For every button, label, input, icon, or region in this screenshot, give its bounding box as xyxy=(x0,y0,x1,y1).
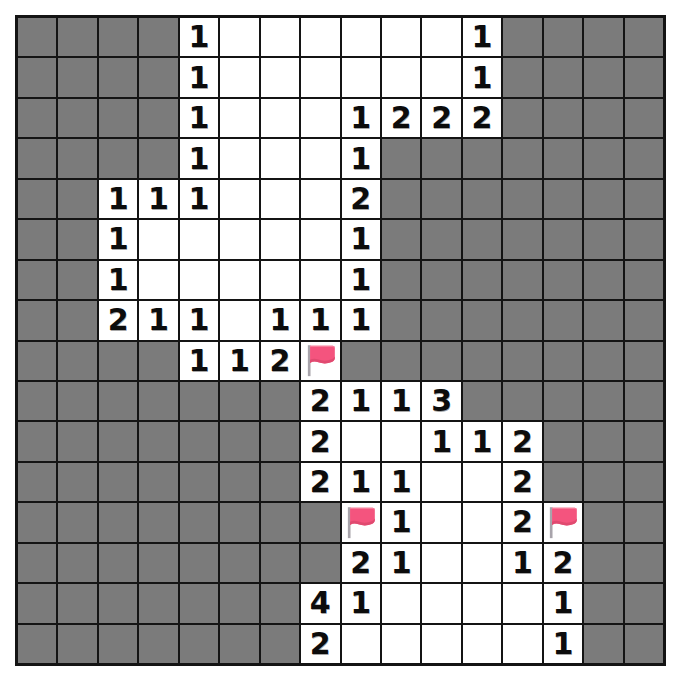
cell-hidden[interactable] xyxy=(503,220,541,258)
cell-empty[interactable] xyxy=(301,139,339,177)
mine-count-label: 2 xyxy=(350,184,371,214)
cell-empty[interactable] xyxy=(382,584,420,622)
cell-hidden[interactable] xyxy=(58,382,96,420)
cell-hidden[interactable] xyxy=(503,382,541,420)
cell-hidden[interactable] xyxy=(99,99,137,137)
cell-hidden[interactable] xyxy=(584,301,622,339)
cell-hidden[interactable] xyxy=(180,625,218,663)
cell-empty[interactable] xyxy=(261,139,299,177)
mine-count-label: 1 xyxy=(189,22,210,52)
cell-hidden[interactable] xyxy=(58,503,96,541)
cell-empty[interactable] xyxy=(261,58,299,96)
cell-hidden[interactable] xyxy=(18,99,56,137)
cell-hidden[interactable] xyxy=(18,382,56,420)
cell-hidden[interactable] xyxy=(18,422,56,460)
cell-number-1[interactable]: 1 xyxy=(180,301,218,339)
cell-empty[interactable] xyxy=(503,625,541,663)
cell-number-1[interactable]: 1 xyxy=(99,180,137,218)
cell-hidden[interactable] xyxy=(503,58,541,96)
cell-number-2[interactable]: 2 xyxy=(463,99,501,137)
cell-hidden[interactable] xyxy=(18,180,56,218)
cell-empty[interactable] xyxy=(261,18,299,56)
cell-hidden[interactable] xyxy=(58,180,96,218)
cell-number-2[interactable]: 2 xyxy=(99,301,137,339)
cell-empty[interactable] xyxy=(301,99,339,137)
mine-count-label: 1 xyxy=(148,305,169,335)
cell-hidden[interactable] xyxy=(625,99,663,137)
cell-hidden[interactable] xyxy=(382,180,420,218)
cell-number-4[interactable]: 4 xyxy=(301,584,339,622)
cell-empty[interactable] xyxy=(220,180,258,218)
mine-count-label: 1 xyxy=(350,103,371,133)
cell-empty[interactable] xyxy=(463,584,501,622)
cell-empty[interactable] xyxy=(261,99,299,137)
mine-count-label: 1 xyxy=(269,305,290,335)
cell-number-1[interactable]: 1 xyxy=(463,18,501,56)
cell-number-2[interactable]: 2 xyxy=(544,544,582,582)
cell-flagged[interactable] xyxy=(301,342,339,380)
cell-hidden[interactable] xyxy=(301,544,339,582)
cell-number-2[interactable]: 2 xyxy=(503,463,541,501)
cell-hidden[interactable] xyxy=(625,220,663,258)
cell-number-1[interactable]: 1 xyxy=(422,422,460,460)
cell-hidden[interactable] xyxy=(58,220,96,258)
cell-hidden[interactable] xyxy=(584,584,622,622)
cell-hidden[interactable] xyxy=(422,261,460,299)
cell-empty[interactable] xyxy=(261,220,299,258)
cell-hidden[interactable] xyxy=(99,139,137,177)
cell-hidden[interactable] xyxy=(625,503,663,541)
cell-number-2[interactable]: 2 xyxy=(301,382,339,420)
mine-count-label: 2 xyxy=(472,103,493,133)
cell-number-1[interactable]: 1 xyxy=(342,261,380,299)
cell-hidden[interactable] xyxy=(625,301,663,339)
cell-hidden[interactable] xyxy=(18,342,56,380)
cell-number-1[interactable]: 1 xyxy=(544,584,582,622)
cell-hidden[interactable] xyxy=(544,301,582,339)
cell-empty[interactable] xyxy=(301,58,339,96)
mine-count-label: 2 xyxy=(350,548,371,578)
cell-hidden[interactable] xyxy=(544,422,582,460)
mine-count-label: 2 xyxy=(310,467,331,497)
cell-hidden[interactable] xyxy=(503,261,541,299)
cell-number-1[interactable]: 1 xyxy=(180,180,218,218)
cell-hidden[interactable] xyxy=(261,382,299,420)
cell-hidden[interactable] xyxy=(261,503,299,541)
flag-icon xyxy=(301,342,339,380)
cell-hidden[interactable] xyxy=(18,544,56,582)
cell-hidden[interactable] xyxy=(220,503,258,541)
cell-empty[interactable] xyxy=(342,625,380,663)
cell-empty[interactable] xyxy=(220,18,258,56)
mine-count-label: 1 xyxy=(108,224,129,254)
cell-hidden[interactable] xyxy=(99,18,137,56)
cell-empty[interactable] xyxy=(422,584,460,622)
cell-hidden[interactable] xyxy=(463,220,501,258)
cell-empty[interactable] xyxy=(382,625,420,663)
cell-hidden[interactable] xyxy=(625,463,663,501)
mine-count-label: 1 xyxy=(472,22,493,52)
cell-number-2[interactable]: 2 xyxy=(261,342,299,380)
cell-hidden[interactable] xyxy=(58,625,96,663)
cell-flagged[interactable] xyxy=(544,503,582,541)
cell-number-1[interactable]: 1 xyxy=(180,139,218,177)
mine-count-label: 1 xyxy=(189,184,210,214)
cell-hidden[interactable] xyxy=(220,463,258,501)
cell-hidden[interactable] xyxy=(625,342,663,380)
cell-number-1[interactable]: 1 xyxy=(342,139,380,177)
cell-hidden[interactable] xyxy=(58,261,96,299)
cell-hidden[interactable] xyxy=(58,584,96,622)
cell-hidden[interactable] xyxy=(342,342,380,380)
cell-hidden[interactable] xyxy=(584,382,622,420)
cell-hidden[interactable] xyxy=(58,99,96,137)
mine-count-label: 1 xyxy=(310,305,331,335)
cell-number-1[interactable]: 1 xyxy=(342,463,380,501)
cell-hidden[interactable] xyxy=(180,382,218,420)
cell-hidden[interactable] xyxy=(382,342,420,380)
cell-hidden[interactable] xyxy=(18,625,56,663)
cell-hidden[interactable] xyxy=(180,584,218,622)
mine-count-label: 2 xyxy=(552,548,573,578)
mine-count-label: 1 xyxy=(350,144,371,174)
cell-hidden[interactable] xyxy=(503,99,541,137)
cell-hidden[interactable] xyxy=(58,58,96,96)
minesweeper-board: 1111112221111121111211111112211321122112… xyxy=(15,15,666,666)
mine-count-label: 1 xyxy=(512,548,533,578)
mine-count-label: 2 xyxy=(310,629,331,659)
mine-count-label: 1 xyxy=(189,103,210,133)
cell-hidden[interactable] xyxy=(422,342,460,380)
cell-number-1[interactable]: 1 xyxy=(382,503,420,541)
mine-count-label: 1 xyxy=(189,346,210,376)
cell-hidden[interactable] xyxy=(544,180,582,218)
flag-icon xyxy=(544,503,582,541)
cell-hidden[interactable] xyxy=(625,261,663,299)
cell-empty[interactable] xyxy=(301,220,339,258)
cell-hidden[interactable] xyxy=(58,544,96,582)
cell-hidden[interactable] xyxy=(58,342,96,380)
cell-hidden[interactable] xyxy=(503,342,541,380)
cell-empty[interactable] xyxy=(261,180,299,218)
cell-hidden[interactable] xyxy=(382,220,420,258)
cell-hidden[interactable] xyxy=(18,139,56,177)
cell-hidden[interactable] xyxy=(139,18,177,56)
cell-hidden[interactable] xyxy=(220,544,258,582)
mine-count-label: 1 xyxy=(189,63,210,93)
cell-hidden[interactable] xyxy=(220,584,258,622)
cell-empty[interactable] xyxy=(422,625,460,663)
mine-count-label: 1 xyxy=(350,588,371,618)
cell-empty[interactable] xyxy=(220,58,258,96)
cell-hidden[interactable] xyxy=(99,58,137,96)
cell-number-2[interactable]: 2 xyxy=(342,180,380,218)
cell-hidden[interactable] xyxy=(584,625,622,663)
cell-empty[interactable] xyxy=(301,18,339,56)
cell-empty[interactable] xyxy=(382,18,420,56)
cell-hidden[interactable] xyxy=(625,18,663,56)
cell-hidden[interactable] xyxy=(180,422,218,460)
cell-empty[interactable] xyxy=(422,58,460,96)
cell-hidden[interactable] xyxy=(584,220,622,258)
cell-number-1[interactable]: 1 xyxy=(180,18,218,56)
cell-hidden[interactable] xyxy=(18,220,56,258)
cell-hidden[interactable] xyxy=(261,584,299,622)
mine-count-label: 1 xyxy=(350,224,371,254)
cell-hidden[interactable] xyxy=(58,463,96,501)
cell-empty[interactable] xyxy=(422,503,460,541)
cell-number-1[interactable]: 1 xyxy=(342,220,380,258)
cell-hidden[interactable] xyxy=(139,139,177,177)
cell-hidden[interactable] xyxy=(503,139,541,177)
cell-number-3[interactable]: 3 xyxy=(422,382,460,420)
cell-hidden[interactable] xyxy=(99,625,137,663)
flag-icon xyxy=(342,503,380,541)
cell-number-2[interactable]: 2 xyxy=(382,99,420,137)
cell-number-1[interactable]: 1 xyxy=(463,58,501,96)
cell-hidden[interactable] xyxy=(99,463,137,501)
cell-empty[interactable] xyxy=(422,18,460,56)
cell-number-1[interactable]: 1 xyxy=(261,301,299,339)
cell-hidden[interactable] xyxy=(58,301,96,339)
cell-hidden[interactable] xyxy=(544,261,582,299)
cell-number-1[interactable]: 1 xyxy=(301,301,339,339)
cell-hidden[interactable] xyxy=(584,463,622,501)
cell-empty[interactable] xyxy=(220,220,258,258)
cell-number-1[interactable]: 1 xyxy=(220,342,258,380)
cell-empty[interactable] xyxy=(422,544,460,582)
cell-empty[interactable] xyxy=(382,58,420,96)
cell-hidden[interactable] xyxy=(220,422,258,460)
cell-hidden[interactable] xyxy=(99,422,137,460)
cell-hidden[interactable] xyxy=(261,422,299,460)
cell-hidden[interactable] xyxy=(139,382,177,420)
cell-hidden[interactable] xyxy=(180,463,218,501)
cell-hidden[interactable] xyxy=(139,99,177,137)
cell-number-1[interactable]: 1 xyxy=(139,301,177,339)
mine-count-label: 2 xyxy=(391,103,412,133)
cell-hidden[interactable] xyxy=(463,301,501,339)
cell-number-2[interactable]: 2 xyxy=(503,503,541,541)
cell-hidden[interactable] xyxy=(99,584,137,622)
cell-hidden[interactable] xyxy=(544,463,582,501)
cell-empty[interactable] xyxy=(139,261,177,299)
cell-hidden[interactable] xyxy=(18,584,56,622)
cell-hidden[interactable] xyxy=(503,18,541,56)
cell-empty[interactable] xyxy=(342,422,380,460)
cell-hidden[interactable] xyxy=(139,503,177,541)
cell-hidden[interactable] xyxy=(58,139,96,177)
mine-count-label: 2 xyxy=(431,103,452,133)
cell-number-1[interactable]: 1 xyxy=(180,342,218,380)
cell-hidden[interactable] xyxy=(139,463,177,501)
mine-count-label: 1 xyxy=(391,507,412,537)
cell-hidden[interactable] xyxy=(99,503,137,541)
cell-hidden[interactable] xyxy=(422,139,460,177)
mine-count-label: 2 xyxy=(512,427,533,457)
cell-number-1[interactable]: 1 xyxy=(342,584,380,622)
mine-count-label: 1 xyxy=(229,346,250,376)
page: 1111112221111121111211111112211321122112… xyxy=(0,0,683,666)
cell-hidden[interactable] xyxy=(18,301,56,339)
cell-hidden[interactable] xyxy=(220,382,258,420)
cell-number-1[interactable]: 1 xyxy=(99,261,137,299)
cell-number-1[interactable]: 1 xyxy=(180,99,218,137)
cell-number-1[interactable]: 1 xyxy=(463,422,501,460)
cell-hidden[interactable] xyxy=(544,382,582,420)
mine-count-label: 1 xyxy=(148,184,169,214)
cell-hidden[interactable] xyxy=(625,625,663,663)
cell-empty[interactable] xyxy=(139,220,177,258)
mine-count-label: 2 xyxy=(269,346,290,376)
cell-hidden[interactable] xyxy=(422,220,460,258)
cell-number-1[interactable]: 1 xyxy=(382,463,420,501)
cell-hidden[interactable] xyxy=(18,463,56,501)
cell-hidden[interactable] xyxy=(139,342,177,380)
cell-hidden[interactable] xyxy=(382,139,420,177)
mine-count-label: 1 xyxy=(431,427,452,457)
cell-hidden[interactable] xyxy=(58,422,96,460)
cell-hidden[interactable] xyxy=(139,58,177,96)
cell-hidden[interactable] xyxy=(584,544,622,582)
mine-count-label: 1 xyxy=(391,548,412,578)
cell-empty[interactable] xyxy=(301,261,339,299)
cell-number-2[interactable]: 2 xyxy=(301,463,339,501)
cell-hidden[interactable] xyxy=(584,261,622,299)
cell-hidden[interactable] xyxy=(463,180,501,218)
cell-hidden[interactable] xyxy=(463,139,501,177)
mine-count-label: 1 xyxy=(391,386,412,416)
mine-count-label: 1 xyxy=(552,629,573,659)
cell-hidden[interactable] xyxy=(584,18,622,56)
cell-hidden[interactable] xyxy=(18,261,56,299)
cell-number-1[interactable]: 1 xyxy=(342,382,380,420)
cell-hidden[interactable] xyxy=(99,544,137,582)
cell-hidden[interactable] xyxy=(382,261,420,299)
cell-hidden[interactable] xyxy=(180,544,218,582)
cell-hidden[interactable] xyxy=(261,463,299,501)
cell-hidden[interactable] xyxy=(625,544,663,582)
cell-hidden[interactable] xyxy=(139,625,177,663)
cell-hidden[interactable] xyxy=(625,382,663,420)
cell-hidden[interactable] xyxy=(139,422,177,460)
cell-hidden[interactable] xyxy=(584,99,622,137)
cell-hidden[interactable] xyxy=(422,301,460,339)
cell-hidden[interactable] xyxy=(463,342,501,380)
cell-hidden[interactable] xyxy=(463,261,501,299)
cell-hidden[interactable] xyxy=(18,503,56,541)
cell-hidden[interactable] xyxy=(503,180,541,218)
cell-number-1[interactable]: 1 xyxy=(342,99,380,137)
mine-count-label: 1 xyxy=(391,467,412,497)
cell-number-1[interactable]: 1 xyxy=(382,382,420,420)
cell-flagged[interactable] xyxy=(342,503,380,541)
cell-empty[interactable] xyxy=(503,584,541,622)
cell-number-2[interactable]: 2 xyxy=(342,544,380,582)
cell-number-2[interactable]: 2 xyxy=(301,422,339,460)
cell-hidden[interactable] xyxy=(584,139,622,177)
mine-count-label: 1 xyxy=(189,305,210,335)
cell-hidden[interactable] xyxy=(584,180,622,218)
cell-empty[interactable] xyxy=(463,503,501,541)
cell-number-2[interactable]: 2 xyxy=(422,99,460,137)
cell-hidden[interactable] xyxy=(261,625,299,663)
cell-empty[interactable] xyxy=(463,544,501,582)
cell-hidden[interactable] xyxy=(544,58,582,96)
cell-number-2[interactable]: 2 xyxy=(503,422,541,460)
cell-empty[interactable] xyxy=(180,220,218,258)
mine-count-label: 1 xyxy=(472,63,493,93)
cell-hidden[interactable] xyxy=(625,422,663,460)
cell-hidden[interactable] xyxy=(584,422,622,460)
mine-count-label: 1 xyxy=(350,467,371,497)
cell-hidden[interactable] xyxy=(301,503,339,541)
cell-number-1[interactable]: 1 xyxy=(503,544,541,582)
cell-empty[interactable] xyxy=(301,180,339,218)
cell-empty[interactable] xyxy=(220,139,258,177)
cell-hidden[interactable] xyxy=(220,625,258,663)
cell-hidden[interactable] xyxy=(544,342,582,380)
cell-empty[interactable] xyxy=(422,463,460,501)
cell-hidden[interactable] xyxy=(544,99,582,137)
cell-hidden[interactable] xyxy=(625,139,663,177)
cell-empty[interactable] xyxy=(261,261,299,299)
cell-empty[interactable] xyxy=(382,422,420,460)
cell-hidden[interactable] xyxy=(503,301,541,339)
cell-empty[interactable] xyxy=(342,18,380,56)
cell-empty[interactable] xyxy=(180,261,218,299)
cell-hidden[interactable] xyxy=(625,584,663,622)
cell-hidden[interactable] xyxy=(18,58,56,96)
mine-count-label: 4 xyxy=(310,588,331,618)
cell-hidden[interactable] xyxy=(99,382,137,420)
cell-hidden[interactable] xyxy=(58,18,96,56)
cell-hidden[interactable] xyxy=(544,139,582,177)
cell-hidden[interactable] xyxy=(139,544,177,582)
cell-hidden[interactable] xyxy=(584,503,622,541)
cell-hidden[interactable] xyxy=(382,301,420,339)
cell-hidden[interactable] xyxy=(422,180,460,218)
cell-number-1[interactable]: 1 xyxy=(139,180,177,218)
mine-count-label: 1 xyxy=(189,144,210,174)
cell-hidden[interactable] xyxy=(625,58,663,96)
cell-hidden[interactable] xyxy=(544,18,582,56)
cell-number-2[interactable]: 2 xyxy=(301,625,339,663)
cell-number-1[interactable]: 1 xyxy=(342,301,380,339)
cell-hidden[interactable] xyxy=(463,382,501,420)
cell-empty[interactable] xyxy=(220,301,258,339)
cell-hidden[interactable] xyxy=(180,503,218,541)
cell-hidden[interactable] xyxy=(99,342,137,380)
cell-number-1[interactable]: 1 xyxy=(544,625,582,663)
cell-hidden[interactable] xyxy=(584,342,622,380)
cell-number-1[interactable]: 1 xyxy=(180,58,218,96)
cell-empty[interactable] xyxy=(220,261,258,299)
cell-hidden[interactable] xyxy=(544,220,582,258)
cell-hidden[interactable] xyxy=(18,18,56,56)
cell-empty[interactable] xyxy=(463,463,501,501)
cell-empty[interactable] xyxy=(342,58,380,96)
cell-hidden[interactable] xyxy=(139,584,177,622)
mine-count-label: 1 xyxy=(472,427,493,457)
cell-hidden[interactable] xyxy=(261,544,299,582)
cell-number-1[interactable]: 1 xyxy=(382,544,420,582)
cell-number-1[interactable]: 1 xyxy=(99,220,137,258)
cell-empty[interactable] xyxy=(463,625,501,663)
cell-hidden[interactable] xyxy=(625,180,663,218)
cell-hidden[interactable] xyxy=(584,58,622,96)
cell-empty[interactable] xyxy=(220,99,258,137)
